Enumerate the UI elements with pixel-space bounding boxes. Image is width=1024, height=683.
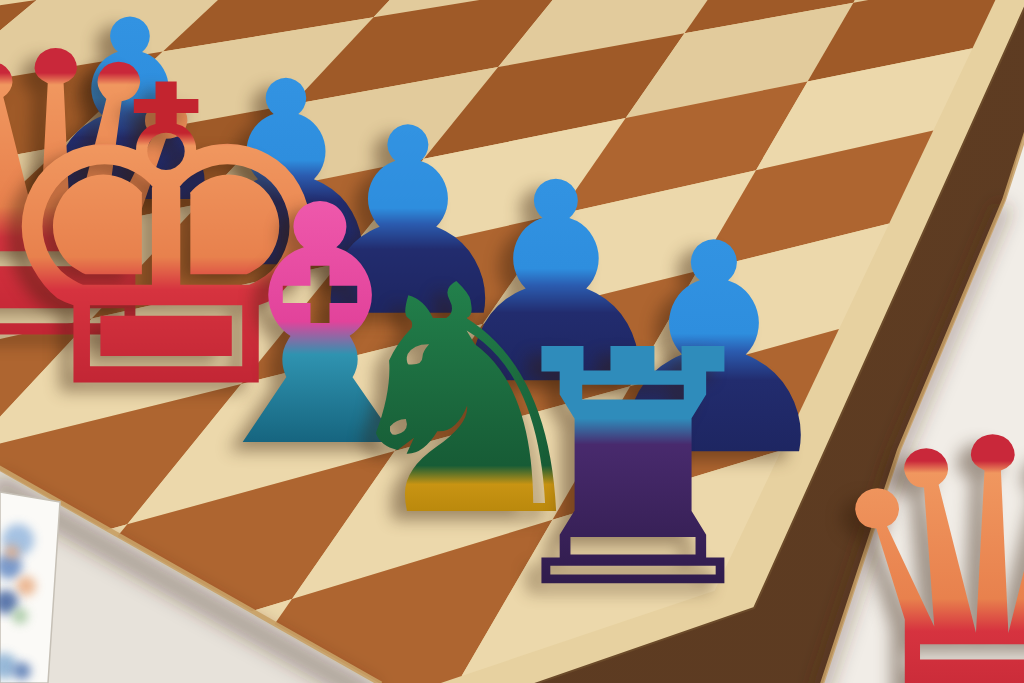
photo-scene: ♟♟♟♛♚♟♝♟♞♜♛ xyxy=(0,0,1024,683)
chess-piece-rook-h1[interactable]: ♜ xyxy=(487,308,778,633)
chess-piece-queen-offboard[interactable]: ♛ xyxy=(810,388,1024,683)
